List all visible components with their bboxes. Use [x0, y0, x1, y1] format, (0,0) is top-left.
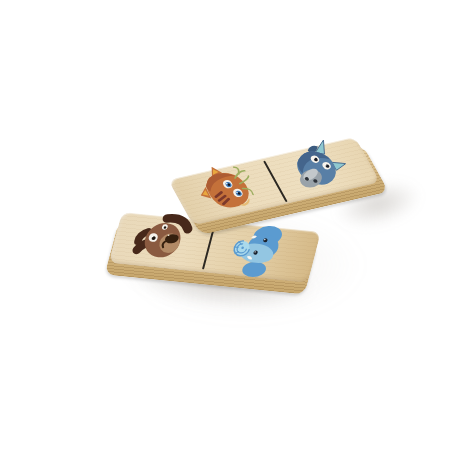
domino-tile-cat-donkey[interactable]: [168, 137, 380, 226]
elephant-illustration: [221, 220, 294, 283]
dog-illustration: [126, 209, 199, 272]
tile-half-elephant: [203, 221, 321, 282]
scene: [0, 0, 470, 470]
